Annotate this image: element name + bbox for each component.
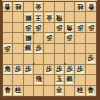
square-1h[interactable]: [86, 75, 96, 85]
square-7h[interactable]: [24, 75, 34, 85]
piece-sente-pawn[interactable]: 歩: [24, 65, 33, 74]
square-1c[interactable]: 歩: [86, 23, 96, 33]
piece-sente-pawn[interactable]: 歩: [76, 65, 85, 74]
square-5e[interactable]: [44, 44, 54, 54]
square-3e[interactable]: [65, 44, 75, 54]
hoshi-dot: [33, 32, 35, 34]
square-9g[interactable]: 角: [3, 65, 13, 75]
square-9f[interactable]: [3, 54, 13, 64]
piece-gote-rook[interactable]: 飛: [55, 13, 64, 22]
square-9a[interactable]: 香: [3, 2, 13, 12]
square-8i[interactable]: 桂: [13, 86, 23, 96]
piece-gote-gold[interactable]: 金: [45, 13, 54, 22]
square-9h[interactable]: [3, 75, 13, 85]
square-7b[interactable]: 銀: [24, 12, 34, 22]
piece-gote-knight[interactable]: 桂: [76, 2, 85, 11]
square-8a[interactable]: 桂: [13, 2, 23, 12]
square-7e[interactable]: 銀: [24, 44, 34, 54]
piece-gote-silver[interactable]: 銀: [24, 13, 33, 22]
square-5b[interactable]: 金: [44, 12, 54, 22]
square-2a[interactable]: 桂: [75, 2, 85, 12]
piece-sente-rook[interactable]: 飛: [34, 75, 43, 84]
square-1b[interactable]: [86, 12, 96, 22]
square-6f[interactable]: [34, 54, 44, 64]
square-1d[interactable]: [86, 33, 96, 43]
square-9d[interactable]: [3, 33, 13, 43]
piece-gote-king[interactable]: 王: [34, 13, 43, 22]
square-3g[interactable]: 歩: [65, 65, 75, 75]
square-2f[interactable]: [75, 54, 85, 64]
square-6e[interactable]: 歩: [34, 44, 44, 54]
square-7g[interactable]: 歩: [24, 65, 34, 75]
square-1f[interactable]: 歩: [86, 54, 96, 64]
square-7a[interactable]: [24, 2, 34, 12]
square-1e[interactable]: [86, 44, 96, 54]
square-8h[interactable]: [13, 75, 23, 85]
square-5c[interactable]: [44, 23, 54, 33]
piece-gote-pawn[interactable]: 歩: [76, 23, 85, 32]
square-8c[interactable]: [13, 23, 23, 33]
piece-gote-pawn[interactable]: 歩: [45, 33, 54, 42]
square-3c[interactable]: 角: [65, 23, 75, 33]
square-6h[interactable]: 飛: [34, 75, 44, 85]
square-2d[interactable]: [75, 33, 85, 43]
piece-sente-pawn[interactable]: 歩: [87, 54, 96, 63]
piece-sente-pawn[interactable]: 歩: [14, 65, 23, 74]
piece-gote-pawn[interactable]: 歩: [87, 23, 96, 32]
square-4i[interactable]: 金: [55, 86, 65, 96]
piece-gote-pawn[interactable]: 歩: [3, 44, 12, 53]
square-9i[interactable]: 香: [3, 86, 13, 96]
square-5d[interactable]: 歩: [44, 33, 54, 43]
piece-gote-pawn[interactable]: 歩: [55, 23, 64, 32]
piece-sente-knight[interactable]: 桂: [76, 86, 85, 95]
square-7d[interactable]: 銀: [24, 33, 34, 43]
square-6d[interactable]: [34, 33, 44, 43]
piece-gote-pawn[interactable]: 歩: [34, 23, 43, 32]
shogi-board: 香桂金桂香銀王金飛歩歩歩角歩歩銀歩歩歩銀歩歩角歩歩歩歩歩歩飛玉銀香桂金桂香: [0, 0, 100, 100]
piece-gote-silver[interactable]: 銀: [24, 33, 33, 42]
square-4d[interactable]: [55, 33, 65, 43]
square-6i[interactable]: [34, 86, 44, 96]
square-9e[interactable]: 歩: [3, 44, 13, 54]
square-6c[interactable]: 歩: [34, 23, 44, 33]
hoshi-dot: [64, 32, 66, 34]
square-8d[interactable]: [13, 33, 23, 43]
square-2i[interactable]: 桂: [75, 86, 85, 96]
square-5h[interactable]: [44, 75, 54, 85]
board-edge-left: [0, 0, 2, 100]
square-3b[interactable]: [65, 12, 75, 22]
square-7i[interactable]: [24, 86, 34, 96]
piece-sente-knight[interactable]: 桂: [14, 86, 23, 95]
square-5i[interactable]: [44, 86, 54, 96]
square-2b[interactable]: [75, 12, 85, 22]
square-6a[interactable]: 金: [34, 2, 44, 12]
piece-sente-bishop[interactable]: 角: [3, 65, 12, 74]
piece-gote-knight[interactable]: 桂: [14, 2, 23, 11]
square-9b[interactable]: [3, 12, 13, 22]
board-edge-right: [97, 0, 100, 100]
square-4b[interactable]: 飛: [55, 12, 65, 22]
square-2g[interactable]: 歩: [75, 65, 85, 75]
square-4e[interactable]: [55, 44, 65, 54]
square-3f[interactable]: [65, 54, 75, 64]
square-6g[interactable]: [34, 65, 44, 75]
square-8e[interactable]: [13, 44, 23, 54]
piece-sente-pawn[interactable]: 歩: [55, 65, 64, 74]
piece-sente-pawn[interactable]: 歩: [34, 44, 43, 53]
square-1i[interactable]: 香: [86, 86, 96, 96]
piece-sente-king[interactable]: 玉: [55, 75, 64, 84]
square-9c[interactable]: [3, 23, 13, 33]
square-3a[interactable]: [65, 2, 75, 12]
square-5a[interactable]: [44, 2, 54, 12]
square-3i[interactable]: [65, 86, 75, 96]
board-edge-bottom: [0, 97, 100, 100]
square-4a[interactable]: [55, 2, 65, 12]
square-4h[interactable]: 玉: [55, 75, 65, 85]
square-2e[interactable]: [75, 44, 85, 54]
piece-gote-bishop[interactable]: 角: [65, 23, 74, 32]
square-1g[interactable]: [86, 65, 96, 75]
square-1a[interactable]: 香: [86, 2, 96, 12]
board-grid: 香桂金桂香銀王金飛歩歩歩角歩歩銀歩歩歩銀歩歩角歩歩歩歩歩歩飛玉銀香桂金桂香: [2, 1, 97, 97]
piece-gote-gold[interactable]: 金: [34, 2, 43, 11]
piece-sente-silver[interactable]: 銀: [24, 44, 33, 53]
piece-sente-lance[interactable]: 香: [87, 86, 96, 95]
square-8g[interactable]: 歩: [13, 65, 23, 75]
square-3d[interactable]: 歩: [65, 33, 75, 43]
square-2c[interactable]: 歩: [75, 23, 85, 33]
square-5g[interactable]: 歩: [44, 65, 54, 75]
piece-gote-lance[interactable]: 香: [87, 2, 96, 11]
square-3h[interactable]: 銀: [65, 75, 75, 85]
square-4g[interactable]: 歩: [55, 65, 65, 75]
square-5f[interactable]: [44, 54, 54, 64]
piece-sente-gold[interactable]: 金: [55, 86, 64, 95]
piece-sente-pawn[interactable]: 歩: [65, 65, 74, 74]
square-8b[interactable]: [13, 12, 23, 22]
piece-gote-pawn[interactable]: 歩: [65, 33, 74, 42]
piece-sente-silver[interactable]: 銀: [65, 75, 74, 84]
square-8f[interactable]: [13, 54, 23, 64]
piece-sente-pawn[interactable]: 歩: [45, 65, 54, 74]
piece-gote-pawn[interactable]: 歩: [24, 23, 33, 32]
square-2h[interactable]: [75, 75, 85, 85]
piece-sente-lance[interactable]: 香: [3, 86, 12, 95]
square-6b[interactable]: 王: [34, 12, 44, 22]
piece-gote-lance[interactable]: 香: [3, 2, 12, 11]
